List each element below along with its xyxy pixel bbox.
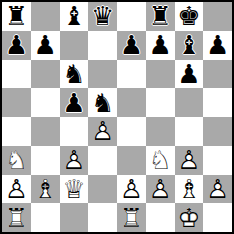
white-knight: ♞♘ (2, 146, 31, 175)
square-c1[interactable] (60, 203, 89, 232)
square-d1[interactable] (88, 203, 117, 232)
square-h8[interactable] (203, 2, 232, 31)
black-rook: ♜ (146, 2, 175, 31)
square-e6[interactable] (117, 60, 146, 89)
black-bishop: ♝ (60, 2, 89, 31)
square-a7[interactable]: ♟ (2, 31, 31, 60)
black-king: ♚ (175, 2, 204, 31)
square-b6[interactable] (31, 60, 60, 89)
white-knight: ♞♘ (146, 146, 175, 175)
piece-outline: ♙ (88, 117, 117, 146)
white-bishop: ♝♗ (31, 175, 60, 204)
square-b7[interactable]: ♟ (31, 31, 60, 60)
black-queen: ♛ (88, 2, 117, 31)
black-bishop: ♝ (175, 31, 204, 60)
piece-outline: ♙ (117, 175, 146, 204)
square-b8[interactable] (31, 2, 60, 31)
chess-board: ♜♝♛♜♚♟♟♟♟♝♟♞♟♟♞♟♙♞♘♟♙♞♘♟♙♟♙♝♗♛♕♟♙♟♙♝♗♟♙♜… (2, 2, 232, 232)
piece-outline: ♙ (2, 175, 31, 204)
piece-outline: ♖ (2, 203, 31, 232)
black-pawn: ♟ (203, 31, 232, 60)
square-f4[interactable] (146, 117, 175, 146)
square-g7[interactable]: ♝ (175, 31, 204, 60)
square-c4[interactable] (60, 117, 89, 146)
square-f5[interactable] (146, 88, 175, 117)
square-d3[interactable] (88, 146, 117, 175)
square-e4[interactable] (117, 117, 146, 146)
square-g1[interactable]: ♚♔ (175, 203, 204, 232)
square-b3[interactable] (31, 146, 60, 175)
square-e3[interactable] (117, 146, 146, 175)
square-e5[interactable] (117, 88, 146, 117)
square-c5[interactable]: ♟ (60, 88, 89, 117)
square-c8[interactable]: ♝ (60, 2, 89, 31)
square-f3[interactable]: ♞♘ (146, 146, 175, 175)
square-a6[interactable] (2, 60, 31, 89)
square-f7[interactable]: ♟ (146, 31, 175, 60)
black-knight: ♞ (60, 60, 89, 89)
square-g8[interactable]: ♚ (175, 2, 204, 31)
square-h6[interactable] (203, 60, 232, 89)
black-pawn: ♟ (2, 31, 31, 60)
chess-board-frame: ♜♝♛♜♚♟♟♟♟♝♟♞♟♟♞♟♙♞♘♟♙♞♘♟♙♟♙♝♗♛♕♟♙♟♙♝♗♟♙♜… (0, 0, 234, 234)
piece-outline: ♖ (117, 203, 146, 232)
white-pawn: ♟♙ (203, 175, 232, 204)
square-a4[interactable] (2, 117, 31, 146)
square-b5[interactable] (31, 88, 60, 117)
square-h3[interactable] (203, 146, 232, 175)
square-e1[interactable]: ♜♖ (117, 203, 146, 232)
square-b2[interactable]: ♝♗ (31, 175, 60, 204)
piece-outline: ♙ (146, 175, 175, 204)
square-g3[interactable]: ♟♙ (175, 146, 204, 175)
white-bishop: ♝♗ (175, 175, 204, 204)
square-f1[interactable] (146, 203, 175, 232)
piece-outline: ♙ (203, 175, 232, 204)
square-a1[interactable]: ♜♖ (2, 203, 31, 232)
square-e7[interactable]: ♟ (117, 31, 146, 60)
white-pawn: ♟♙ (175, 146, 204, 175)
black-pawn: ♟ (31, 31, 60, 60)
piece-outline: ♔ (175, 203, 204, 232)
square-h1[interactable] (203, 203, 232, 232)
white-rook: ♜♖ (117, 203, 146, 232)
square-c2[interactable]: ♛♕ (60, 175, 89, 204)
square-d2[interactable] (88, 175, 117, 204)
black-pawn: ♟ (175, 60, 204, 89)
square-d8[interactable]: ♛ (88, 2, 117, 31)
white-pawn: ♟♙ (2, 175, 31, 204)
square-b4[interactable] (31, 117, 60, 146)
square-g2[interactable]: ♝♗ (175, 175, 204, 204)
white-pawn: ♟♙ (60, 146, 89, 175)
black-knight: ♞ (88, 88, 117, 117)
piece-outline: ♕ (60, 175, 89, 204)
square-d7[interactable] (88, 31, 117, 60)
square-a5[interactable] (2, 88, 31, 117)
white-rook: ♜♖ (2, 203, 31, 232)
square-a2[interactable]: ♟♙ (2, 175, 31, 204)
square-d6[interactable] (88, 60, 117, 89)
square-h7[interactable]: ♟ (203, 31, 232, 60)
black-pawn: ♟ (60, 88, 89, 117)
square-f8[interactable]: ♜ (146, 2, 175, 31)
square-g4[interactable] (175, 117, 204, 146)
square-f2[interactable]: ♟♙ (146, 175, 175, 204)
white-pawn: ♟♙ (117, 175, 146, 204)
black-pawn: ♟ (146, 31, 175, 60)
square-d4[interactable]: ♟♙ (88, 117, 117, 146)
square-e2[interactable]: ♟♙ (117, 175, 146, 204)
square-c3[interactable]: ♟♙ (60, 146, 89, 175)
piece-outline: ♗ (31, 175, 60, 204)
square-h5[interactable] (203, 88, 232, 117)
piece-outline: ♘ (146, 146, 175, 175)
square-d5[interactable]: ♞ (88, 88, 117, 117)
square-g6[interactable]: ♟ (175, 60, 204, 89)
square-c6[interactable]: ♞ (60, 60, 89, 89)
square-h4[interactable] (203, 117, 232, 146)
piece-outline: ♙ (60, 146, 89, 175)
square-a8[interactable]: ♜ (2, 2, 31, 31)
white-pawn: ♟♙ (146, 175, 175, 204)
black-rook: ♜ (2, 2, 31, 31)
square-a3[interactable]: ♞♘ (2, 146, 31, 175)
white-queen: ♛♕ (60, 175, 89, 204)
white-king: ♚♔ (175, 203, 204, 232)
square-h2[interactable]: ♟♙ (203, 175, 232, 204)
piece-outline: ♙ (175, 146, 204, 175)
square-g5[interactable] (175, 88, 204, 117)
piece-outline: ♘ (2, 146, 31, 175)
white-pawn: ♟♙ (88, 117, 117, 146)
square-c7[interactable] (60, 31, 89, 60)
piece-outline: ♗ (175, 175, 204, 204)
square-f6[interactable] (146, 60, 175, 89)
square-b1[interactable] (31, 203, 60, 232)
black-pawn: ♟ (117, 31, 146, 60)
square-e8[interactable] (117, 2, 146, 31)
